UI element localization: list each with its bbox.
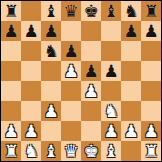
piece-black-pawn-a7[interactable]: ♟ bbox=[3, 22, 18, 39]
square-d5[interactable]: ♟ bbox=[61, 61, 81, 81]
square-f5[interactable]: ♟ bbox=[101, 61, 121, 81]
piece-black-pawn-f5[interactable]: ♟ bbox=[103, 62, 118, 79]
square-c4[interactable] bbox=[41, 81, 61, 101]
piece-white-pawn-d5[interactable]: ♟ bbox=[63, 62, 78, 79]
square-h8[interactable]: ♜ bbox=[141, 1, 161, 21]
square-e2[interactable] bbox=[81, 121, 101, 141]
square-h1[interactable]: ♜ bbox=[141, 141, 161, 161]
piece-white-pawn-g2[interactable]: ♟ bbox=[123, 122, 138, 139]
piece-black-pawn-b7[interactable]: ♟ bbox=[23, 22, 38, 39]
square-d3[interactable] bbox=[61, 101, 81, 121]
square-f4[interactable] bbox=[101, 81, 121, 101]
square-d4[interactable] bbox=[61, 81, 81, 101]
piece-black-pawn-g7[interactable]: ♟ bbox=[123, 22, 138, 39]
square-e5[interactable]: ♟ bbox=[81, 61, 101, 81]
chess-board: ♜♝♛♚♝♞♜♟♟♟♟♟♞♟♟♟♟♟♟♞♟♟♟♟♟♜♞♝♛♚♝♜ bbox=[0, 0, 162, 162]
square-c8[interactable]: ♝ bbox=[41, 1, 61, 21]
square-f1[interactable]: ♝ bbox=[101, 141, 121, 161]
piece-black-pawn-h7[interactable]: ♟ bbox=[143, 22, 158, 39]
square-g6[interactable] bbox=[121, 41, 141, 61]
square-d2[interactable] bbox=[61, 121, 81, 141]
square-b4[interactable] bbox=[21, 81, 41, 101]
square-h5[interactable] bbox=[141, 61, 161, 81]
square-g8[interactable]: ♞ bbox=[121, 1, 141, 21]
square-c5[interactable] bbox=[41, 61, 61, 81]
square-g5[interactable] bbox=[121, 61, 141, 81]
square-g7[interactable]: ♟ bbox=[121, 21, 141, 41]
square-d6[interactable]: ♟ bbox=[61, 41, 81, 61]
square-a8[interactable]: ♜ bbox=[1, 1, 21, 21]
square-a4[interactable] bbox=[1, 81, 21, 101]
square-b3[interactable] bbox=[21, 101, 41, 121]
square-h7[interactable]: ♟ bbox=[141, 21, 161, 41]
square-a5[interactable] bbox=[1, 61, 21, 81]
piece-black-pawn-d6[interactable]: ♟ bbox=[63, 42, 78, 59]
square-e6[interactable] bbox=[81, 41, 101, 61]
square-e1[interactable]: ♚ bbox=[81, 141, 101, 161]
square-b5[interactable] bbox=[21, 61, 41, 81]
piece-black-rook-h8[interactable]: ♜ bbox=[143, 2, 158, 19]
piece-black-knight-g8[interactable]: ♞ bbox=[123, 2, 138, 19]
piece-black-pawn-e5[interactable]: ♟ bbox=[83, 62, 98, 79]
square-b2[interactable]: ♟ bbox=[21, 121, 41, 141]
square-d1[interactable]: ♛ bbox=[61, 141, 81, 161]
square-b6[interactable] bbox=[21, 41, 41, 61]
square-a3[interactable] bbox=[1, 101, 21, 121]
square-h2[interactable]: ♟ bbox=[141, 121, 161, 141]
square-d7[interactable] bbox=[61, 21, 81, 41]
square-b7[interactable]: ♟ bbox=[21, 21, 41, 41]
square-c7[interactable]: ♟ bbox=[41, 21, 61, 41]
square-a2[interactable]: ♟ bbox=[1, 121, 21, 141]
piece-black-bishop-f8[interactable]: ♝ bbox=[103, 2, 118, 19]
piece-black-knight-c6[interactable]: ♞ bbox=[43, 42, 58, 59]
square-e8[interactable]: ♚ bbox=[81, 1, 101, 21]
piece-black-queen-d8[interactable]: ♛ bbox=[63, 2, 78, 19]
piece-white-pawn-f2[interactable]: ♟ bbox=[103, 122, 118, 139]
square-d8[interactable]: ♛ bbox=[61, 1, 81, 21]
square-h3[interactable] bbox=[141, 101, 161, 121]
piece-black-pawn-c7[interactable]: ♟ bbox=[43, 22, 58, 39]
piece-white-pawn-h2[interactable]: ♟ bbox=[143, 122, 158, 139]
square-g1[interactable] bbox=[121, 141, 141, 161]
square-c3[interactable]: ♟ bbox=[41, 101, 61, 121]
square-c1[interactable]: ♝ bbox=[41, 141, 61, 161]
square-e4[interactable]: ♟ bbox=[81, 81, 101, 101]
square-g4[interactable] bbox=[121, 81, 141, 101]
square-a1[interactable]: ♜ bbox=[1, 141, 21, 161]
piece-white-pawn-b2[interactable]: ♟ bbox=[23, 122, 38, 139]
square-h6[interactable] bbox=[141, 41, 161, 61]
square-f2[interactable]: ♟ bbox=[101, 121, 121, 141]
square-f3[interactable]: ♞ bbox=[101, 101, 121, 121]
piece-black-king-e8[interactable]: ♚ bbox=[83, 2, 98, 19]
square-e7[interactable] bbox=[81, 21, 101, 41]
piece-white-pawn-a2[interactable]: ♟ bbox=[3, 122, 18, 139]
piece-white-pawn-c3[interactable]: ♟ bbox=[43, 102, 58, 119]
piece-white-bishop-c1[interactable]: ♝ bbox=[43, 142, 58, 159]
square-c2[interactable] bbox=[41, 121, 61, 141]
square-g2[interactable]: ♟ bbox=[121, 121, 141, 141]
piece-black-rook-a8[interactable]: ♜ bbox=[3, 2, 18, 19]
square-b8[interactable] bbox=[21, 1, 41, 21]
piece-white-knight-f3[interactable]: ♞ bbox=[103, 102, 118, 119]
square-f8[interactable]: ♝ bbox=[101, 1, 121, 21]
square-b1[interactable]: ♞ bbox=[21, 141, 41, 161]
piece-white-bishop-f1[interactable]: ♝ bbox=[103, 142, 118, 159]
square-e3[interactable] bbox=[81, 101, 101, 121]
piece-white-queen-d1[interactable]: ♛ bbox=[63, 142, 78, 159]
square-a6[interactable] bbox=[1, 41, 21, 61]
piece-white-king-e1[interactable]: ♚ bbox=[83, 142, 98, 159]
square-h4[interactable] bbox=[141, 81, 161, 101]
square-g3[interactable] bbox=[121, 101, 141, 121]
piece-black-bishop-c8[interactable]: ♝ bbox=[43, 2, 58, 19]
square-f7[interactable] bbox=[101, 21, 121, 41]
piece-white-knight-b1[interactable]: ♞ bbox=[23, 142, 38, 159]
square-f6[interactable] bbox=[101, 41, 121, 61]
square-a7[interactable]: ♟ bbox=[1, 21, 21, 41]
piece-white-pawn-e4[interactable]: ♟ bbox=[83, 82, 98, 99]
piece-white-rook-a1[interactable]: ♜ bbox=[3, 142, 18, 159]
piece-white-rook-h1[interactable]: ♜ bbox=[143, 142, 158, 159]
square-c6[interactable]: ♞ bbox=[41, 41, 61, 61]
